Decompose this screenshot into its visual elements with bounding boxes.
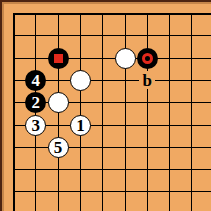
red-circle-marker-icon [142,53,153,64]
move-number: 2 [32,94,41,111]
black-stone [48,48,69,69]
grid-line-vertical [147,13,148,211]
move-number: 3 [32,117,41,134]
black-stone: 4 [25,70,46,91]
board-edge-line-vertical [13,13,15,211]
grid-line-horizontal [13,147,211,148]
grid-line-horizontal [13,191,211,192]
grid-line-horizontal [13,58,211,59]
white-stone [70,70,91,91]
grid-line-vertical [125,13,126,211]
black-stone: 2 [25,92,46,113]
move-number: 1 [76,117,85,134]
grid-line-vertical [102,13,103,211]
red-square-marker-icon [54,54,63,63]
white-stone: 5 [48,137,69,158]
grid-line-vertical [80,13,81,211]
grid-line-vertical [191,13,192,211]
white-stone: 3 [25,115,46,136]
white-stone [48,92,69,113]
white-stone [115,48,136,69]
board-edge-line-horizontal [13,13,211,15]
go-board-diagram: b42315 [0,0,211,211]
move-number: 5 [54,139,63,156]
white-stone: 1 [70,115,91,136]
black-stone [137,48,158,69]
point-label-b: b [139,71,155,89]
grid-line-horizontal [13,35,211,36]
move-number: 4 [32,72,41,89]
grid-line-horizontal [13,169,211,170]
grid-line-vertical [169,13,170,211]
